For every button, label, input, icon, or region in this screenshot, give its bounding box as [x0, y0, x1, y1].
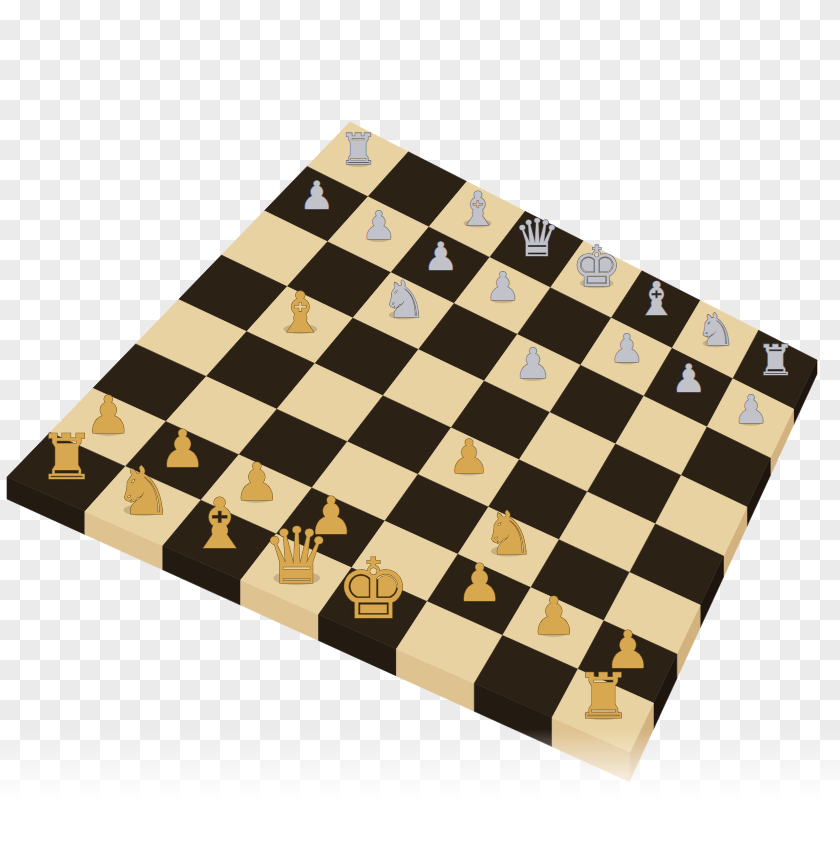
piece-white-bishop-b5: ♝ — [275, 280, 326, 345]
piece-black-rook-a8: ♜ — [340, 125, 378, 174]
piece-black-knight-g8: ♞ — [696, 304, 736, 355]
piece-black-pawn-h7: ♟ — [733, 387, 768, 432]
piece-black-bishop-f8: ♝ — [635, 272, 677, 326]
piece-black-pawn-e6: ♟ — [514, 339, 551, 388]
piece-black-pawn-b7: ♟ — [361, 203, 396, 248]
piece-white-bishop-c1: ♝ — [189, 483, 251, 564]
piece-white-rook-h1: ♜ — [575, 660, 631, 733]
piece-black-rook-h8: ♜ — [757, 336, 795, 385]
piece-black-pawn-f7: ♟ — [609, 326, 644, 371]
piece-black-knight-c6: ♞ — [381, 270, 426, 329]
piece-white-pawn-e4: ♟ — [448, 429, 490, 484]
piece-white-pawn-f2: ♟ — [456, 553, 503, 613]
piece-black-pawn-g7: ♟ — [671, 356, 706, 401]
piece-black-pawn-c7: ♟ — [423, 234, 458, 279]
piece-white-pawn-g2: ♟ — [530, 586, 577, 646]
piece-black-pawn-d7: ♟ — [485, 264, 520, 309]
piece-white-king-e1: ♚ — [336, 541, 411, 638]
photo-stage: ♜♟♝♟♛♟♚♟♝♞♝♞♟♜♟♟♟♟♟♟♜♟♞♟♝♞♛♟♚♟♟♜ Overhea… — [0, 0, 840, 859]
piece-black-pawn-a7: ♟ — [299, 173, 334, 218]
chessboard-scene: ♜♟♝♟♛♟♚♟♝♞♝♞♟♜♟♟♟♟♟♟♜♟♞♟♝♞♛♟♚♟♟♜ — [0, 0, 840, 859]
piece-white-knight-b1: ♞ — [114, 452, 173, 530]
piece-white-queen-d1: ♛ — [262, 511, 332, 601]
piece-black-queen-d8: ♛ — [514, 208, 561, 268]
piece-white-rook-a1: ♜ — [39, 421, 95, 494]
piece-black-bishop-c8: ♝ — [457, 182, 499, 236]
piece-black-king-e8: ♚ — [572, 234, 622, 299]
